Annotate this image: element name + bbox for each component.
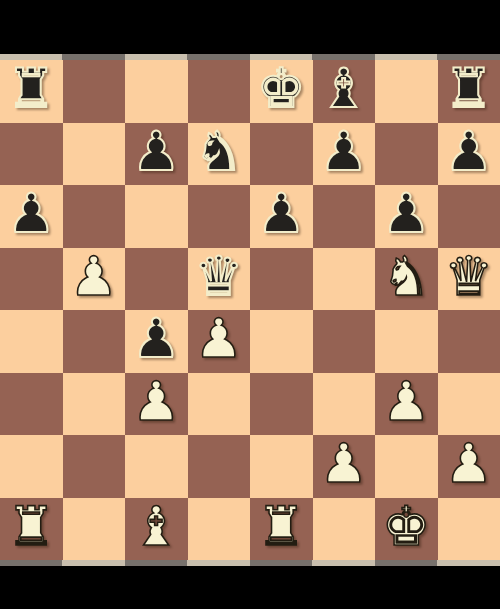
square-f8[interactable]: ♝ <box>313 60 376 123</box>
square-e1[interactable]: ♜ <box>250 498 313 561</box>
square-f6[interactable] <box>313 185 376 248</box>
piece-white-pawn-c3[interactable]: ♟ <box>132 371 180 434</box>
piece-white-pawn-g3[interactable]: ♟ <box>382 371 430 434</box>
square-g2[interactable] <box>375 435 438 498</box>
square-g6[interactable]: ♟ <box>375 185 438 248</box>
board-bottom-edge <box>0 560 500 566</box>
chess-board[interactable]: ♜♚♝♜♟♞♟♟♟♟♟♟♛♞♛♟♟♟♟♟♟♜♝♜♚ <box>0 60 500 560</box>
square-e7[interactable] <box>250 123 313 186</box>
square-a3[interactable] <box>0 373 63 436</box>
piece-white-rook-a1[interactable]: ♜ <box>7 496 55 559</box>
square-c8[interactable] <box>125 60 188 123</box>
board-top-edge <box>0 54 500 60</box>
piece-white-pawn-h2[interactable]: ♟ <box>445 433 493 496</box>
square-c1[interactable]: ♝ <box>125 498 188 561</box>
square-h6[interactable] <box>438 185 500 248</box>
piece-white-knight-g5[interactable]: ♞ <box>382 246 430 309</box>
square-c4[interactable]: ♟ <box>125 310 188 373</box>
square-g7[interactable] <box>375 123 438 186</box>
square-d1[interactable] <box>188 498 251 561</box>
piece-white-queen-h5[interactable]: ♛ <box>445 246 493 309</box>
square-g5[interactable]: ♞ <box>375 248 438 311</box>
piece-black-pawn-h7[interactable]: ♟ <box>445 121 493 184</box>
square-a1[interactable]: ♜ <box>0 498 63 561</box>
piece-white-rook-e1[interactable]: ♜ <box>257 496 305 559</box>
square-b5[interactable]: ♟ <box>63 248 126 311</box>
square-e3[interactable] <box>250 373 313 436</box>
square-f1[interactable] <box>313 498 376 561</box>
square-e5[interactable] <box>250 248 313 311</box>
square-b2[interactable] <box>63 435 126 498</box>
square-d8[interactable] <box>188 60 251 123</box>
square-d6[interactable] <box>188 185 251 248</box>
square-d2[interactable] <box>188 435 251 498</box>
square-h1[interactable] <box>438 498 500 561</box>
square-h2[interactable]: ♟ <box>438 435 500 498</box>
square-b3[interactable] <box>63 373 126 436</box>
square-g8[interactable] <box>375 60 438 123</box>
piece-white-bishop-c1[interactable]: ♝ <box>132 496 180 559</box>
square-f7[interactable]: ♟ <box>313 123 376 186</box>
square-h8[interactable]: ♜ <box>438 60 500 123</box>
square-d4[interactable]: ♟ <box>188 310 251 373</box>
piece-black-pawn-c7[interactable]: ♟ <box>132 121 180 184</box>
square-b4[interactable] <box>63 310 126 373</box>
square-h7[interactable]: ♟ <box>438 123 500 186</box>
square-f5[interactable] <box>313 248 376 311</box>
square-c6[interactable] <box>125 185 188 248</box>
piece-black-king-e8[interactable]: ♚ <box>257 58 305 121</box>
piece-black-pawn-f7[interactable]: ♟ <box>320 121 368 184</box>
piece-black-rook-a8[interactable]: ♜ <box>7 58 55 121</box>
piece-white-pawn-d4[interactable]: ♟ <box>195 308 243 371</box>
square-b7[interactable] <box>63 123 126 186</box>
square-c2[interactable] <box>125 435 188 498</box>
square-g4[interactable] <box>375 310 438 373</box>
square-a5[interactable] <box>0 248 63 311</box>
square-e4[interactable] <box>250 310 313 373</box>
square-a8[interactable]: ♜ <box>0 60 63 123</box>
square-b6[interactable] <box>63 185 126 248</box>
square-h5[interactable]: ♛ <box>438 248 500 311</box>
square-e6[interactable]: ♟ <box>250 185 313 248</box>
piece-black-pawn-a6[interactable]: ♟ <box>7 183 55 246</box>
square-h3[interactable] <box>438 373 500 436</box>
square-f2[interactable]: ♟ <box>313 435 376 498</box>
app-background: ♜♚♝♜♟♞♟♟♟♟♟♟♛♞♛♟♟♟♟♟♟♜♝♜♚ <box>0 0 500 609</box>
square-f3[interactable] <box>313 373 376 436</box>
piece-black-pawn-g6[interactable]: ♟ <box>382 183 430 246</box>
square-d3[interactable] <box>188 373 251 436</box>
piece-white-pawn-f2[interactable]: ♟ <box>320 433 368 496</box>
square-g1[interactable]: ♚ <box>375 498 438 561</box>
square-e8[interactable]: ♚ <box>250 60 313 123</box>
square-e2[interactable] <box>250 435 313 498</box>
piece-black-bishop-f8[interactable]: ♝ <box>320 58 368 121</box>
piece-white-king-g1[interactable]: ♚ <box>382 496 430 559</box>
piece-black-queen-d5[interactable]: ♛ <box>195 246 243 309</box>
square-c7[interactable]: ♟ <box>125 123 188 186</box>
piece-black-pawn-e6[interactable]: ♟ <box>257 183 305 246</box>
square-g3[interactable]: ♟ <box>375 373 438 436</box>
piece-black-knight-d7[interactable]: ♞ <box>195 121 243 184</box>
square-c3[interactable]: ♟ <box>125 373 188 436</box>
piece-black-rook-h8[interactable]: ♜ <box>445 58 493 121</box>
square-a2[interactable] <box>0 435 63 498</box>
square-d7[interactable]: ♞ <box>188 123 251 186</box>
square-c5[interactable] <box>125 248 188 311</box>
square-f4[interactable] <box>313 310 376 373</box>
square-a7[interactable] <box>0 123 63 186</box>
square-h4[interactable] <box>438 310 500 373</box>
square-b1[interactable] <box>63 498 126 561</box>
square-a4[interactable] <box>0 310 63 373</box>
piece-black-pawn-c4[interactable]: ♟ <box>132 308 180 371</box>
square-d5[interactable]: ♛ <box>188 248 251 311</box>
square-b8[interactable] <box>63 60 126 123</box>
piece-white-pawn-b5[interactable]: ♟ <box>70 246 118 309</box>
square-a6[interactable]: ♟ <box>0 185 63 248</box>
